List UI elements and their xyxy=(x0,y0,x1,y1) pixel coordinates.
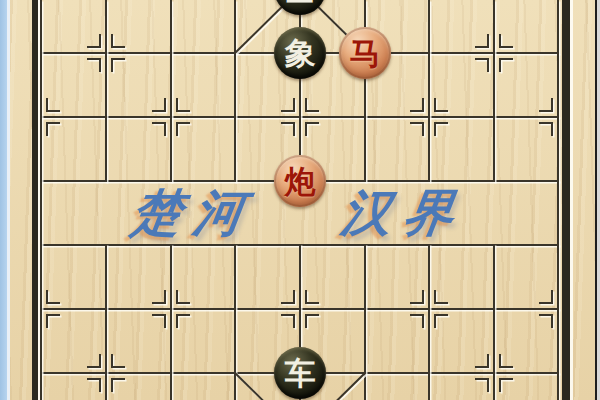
xiangqi-app-window: 楚河 汉界 士象马炮车 xyxy=(0,0,600,400)
position-marker xyxy=(281,290,294,303)
position-marker xyxy=(49,317,62,330)
river-text-chu-he: 楚河 xyxy=(112,184,276,242)
position-marker xyxy=(410,98,423,111)
piece-black-elephant[interactable]: 象 xyxy=(274,27,326,79)
position-marker xyxy=(437,317,450,330)
position-marker xyxy=(437,125,450,138)
position-marker xyxy=(179,317,192,330)
position-marker xyxy=(87,34,100,47)
piece-red-horse[interactable]: 马 xyxy=(339,27,391,79)
position-marker xyxy=(539,290,552,303)
position-marker xyxy=(475,34,488,47)
position-marker xyxy=(49,125,62,138)
piece-red-cannon[interactable]: 炮 xyxy=(274,155,326,207)
position-marker xyxy=(179,125,192,138)
river-text-han-jie: 汉界 xyxy=(322,184,486,242)
position-marker xyxy=(410,290,423,303)
position-marker xyxy=(475,354,488,367)
position-marker xyxy=(87,354,100,367)
position-marker xyxy=(502,61,515,74)
position-marker xyxy=(539,98,552,111)
position-marker xyxy=(308,125,321,138)
position-marker xyxy=(308,317,321,330)
position-marker xyxy=(281,98,294,111)
position-marker xyxy=(152,290,165,303)
position-marker xyxy=(114,61,127,74)
position-marker xyxy=(114,381,127,394)
position-marker xyxy=(502,381,515,394)
position-marker xyxy=(152,98,165,111)
piece-black-chariot[interactable]: 车 xyxy=(274,347,326,399)
